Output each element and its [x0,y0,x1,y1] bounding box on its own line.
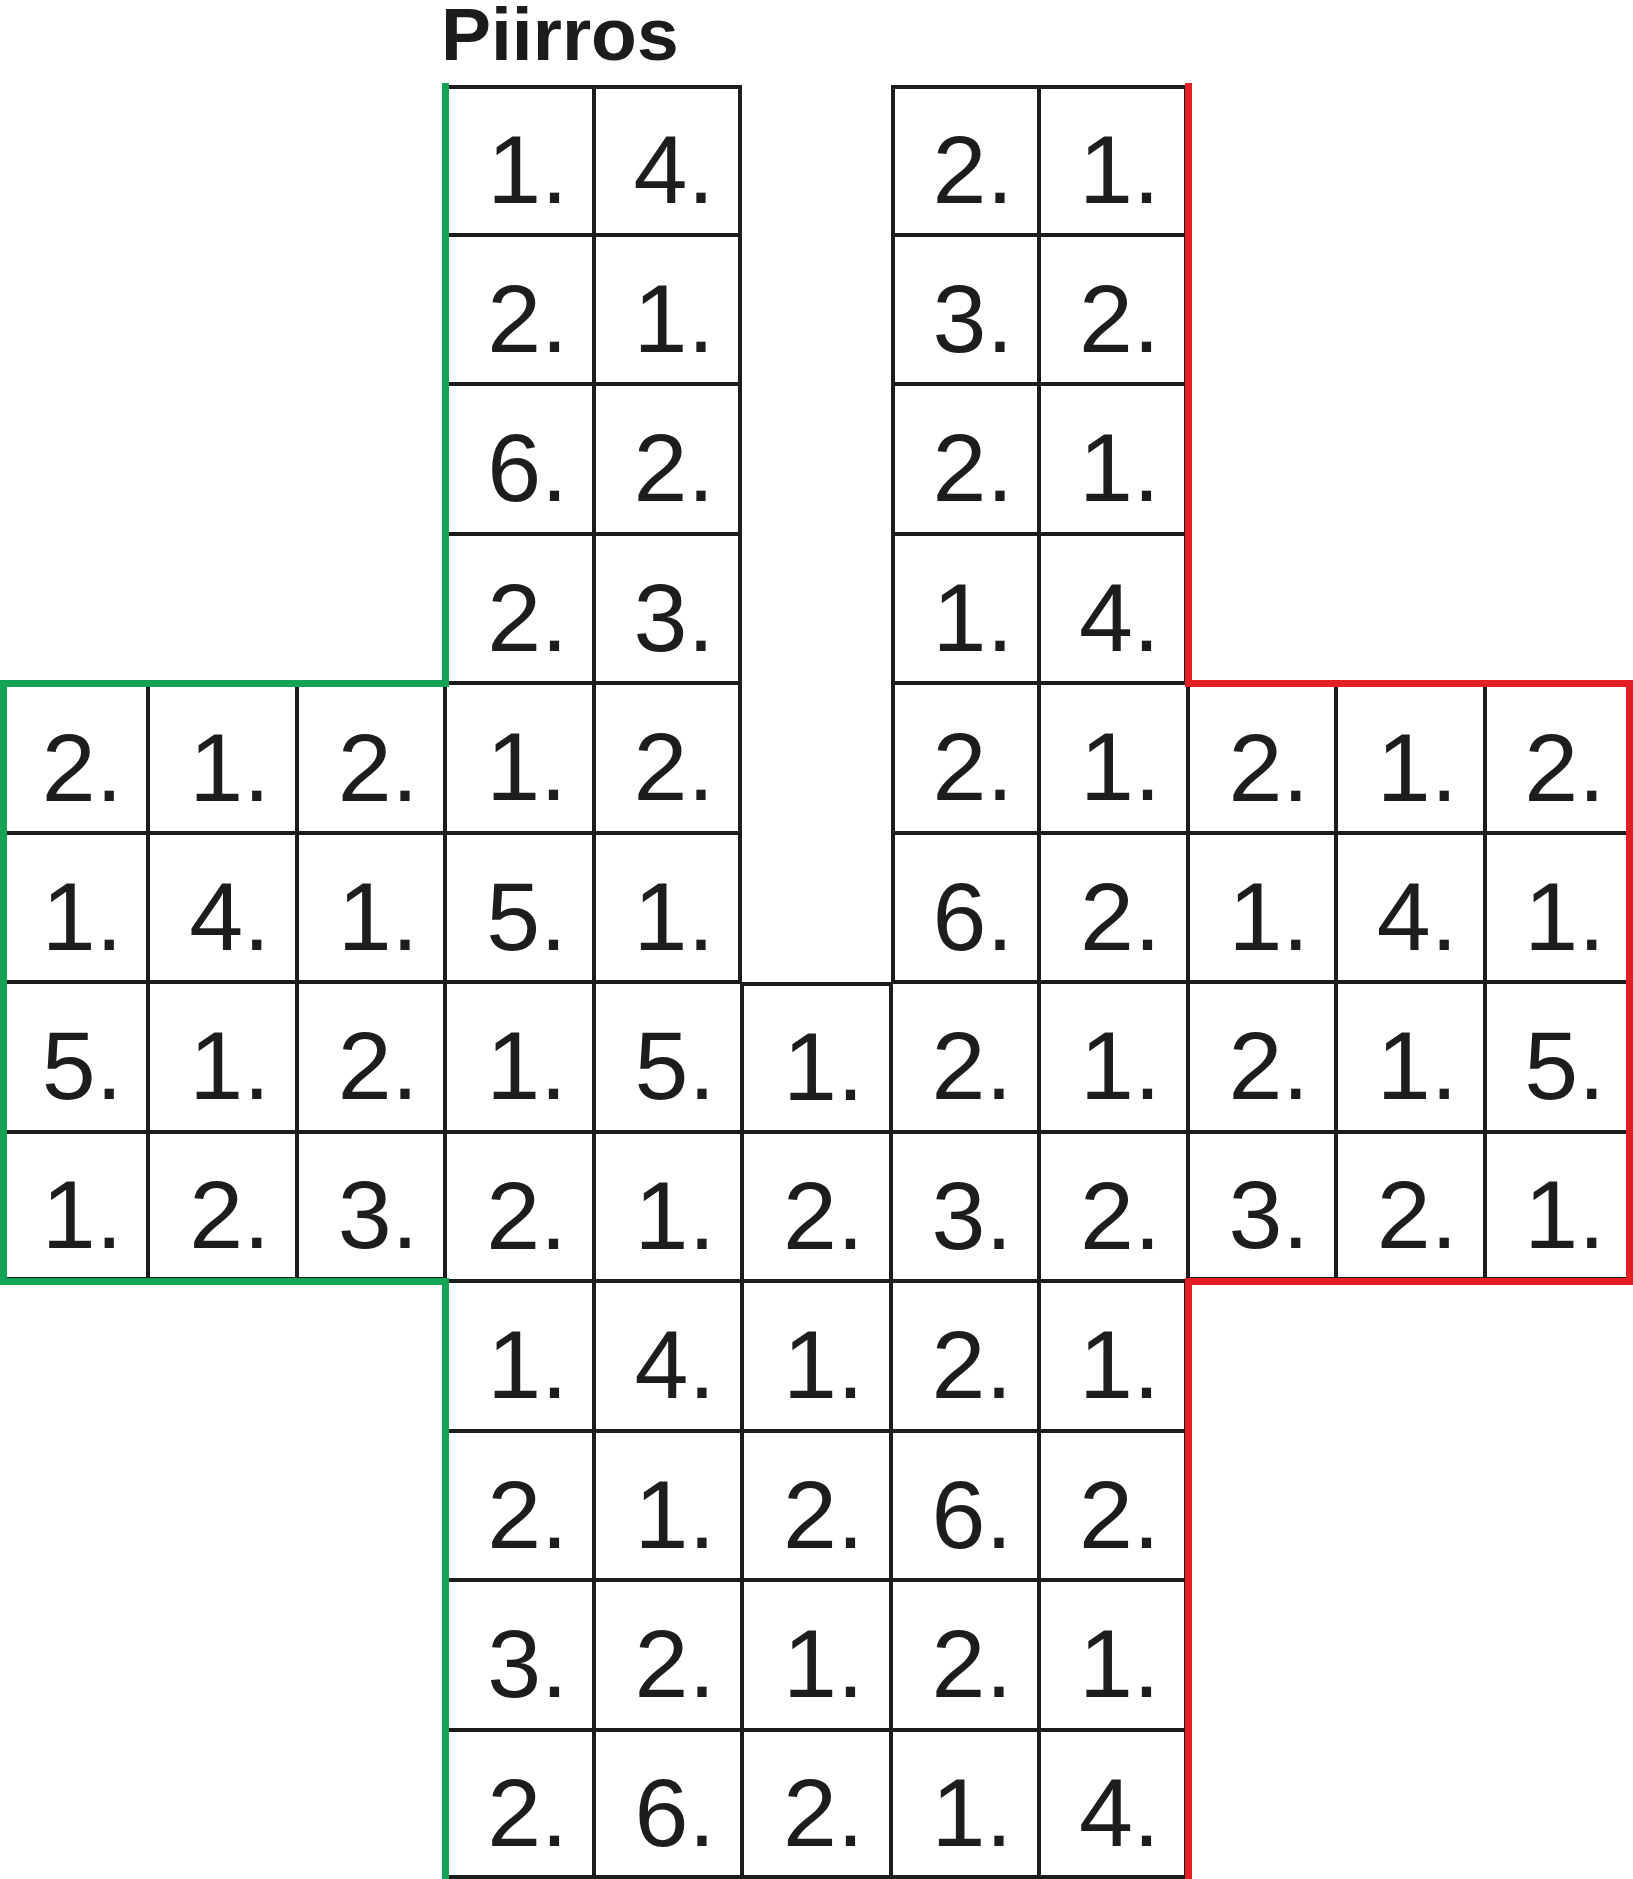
cell-r9c6: 1. [742,1281,890,1431]
cell-number: 1. [635,1167,716,1264]
cell-number: 1. [635,1466,716,1563]
cell-number: 3. [1228,1166,1309,1263]
cell-number: 1. [338,868,419,965]
cell-r12c7: 1. [891,1730,1039,1879]
cell-r7c4: 1. [445,982,593,1132]
cell-r1c4: 1. [445,85,593,235]
cell-number: 6. [931,1466,1012,1563]
cell-r9c5: 4. [594,1281,742,1431]
green-border-segment [442,83,449,685]
cell-r9c7: 2. [891,1281,1039,1431]
cell-r5c11: 2. [1485,683,1633,833]
cell-number: 2. [486,1167,567,1264]
cell-r7c10: 1. [1336,982,1484,1132]
cell-r9c8: 1. [1039,1281,1187,1431]
cell-r5c2: 1. [148,683,296,833]
cell-r12c5: 6. [594,1730,742,1879]
cell-r8c7: 3. [891,1132,1039,1282]
cell-number: 2. [931,1017,1012,1114]
cell-r10c5: 1. [594,1431,742,1581]
cell-number: 2. [932,121,1013,218]
cell-number: 1. [1079,419,1160,516]
cell-number: 2. [487,270,568,367]
red-border-segment [1185,680,1633,687]
cell-r7c8: 1. [1039,982,1187,1132]
page-title: Piirros [441,0,679,77]
cell-r7c11: 5. [1485,982,1633,1132]
cell-number: 6. [932,868,1013,965]
cell-r5c1: 2. [0,683,148,833]
cell-r2c8: 2. [1039,235,1187,385]
green-border-segment [442,1279,449,1879]
cell-number: 2. [338,1017,419,1114]
cell-r7c6: 1. [742,982,890,1132]
cell-number: 6. [635,1764,716,1861]
cell-number: 2. [189,1166,270,1263]
puzzle-diagram: Piirros 1.4.2.1.2.1.3.2.6.2.2.1.2.3.1.4.… [0,0,1633,1879]
cell-r4c4: 2. [445,534,593,684]
cell-r8c10: 2. [1336,1132,1484,1282]
cell-r8c3: 3. [297,1132,445,1282]
cell-r3c8: 1. [1039,384,1187,534]
cell-number: 1. [783,1316,864,1413]
cell-number: 1. [932,569,1013,666]
cell-r5c3: 2. [297,683,445,833]
cell-r4c8: 4. [1039,534,1187,684]
cell-number: 3. [932,270,1013,367]
cell-r8c2: 2. [148,1132,296,1282]
cell-number: 1. [487,121,568,218]
cell-r3c7: 2. [891,384,1039,534]
cell-r7c1: 5. [0,982,148,1132]
cell-r12c8: 4. [1039,1730,1187,1879]
cell-r2c5: 1. [594,235,742,385]
cell-number: 2. [635,1615,716,1712]
cell-r8c4: 2. [445,1132,593,1282]
cell-r5c5: 2. [594,683,742,833]
cell-number: 4. [189,868,270,965]
cell-r7c5: 5. [594,982,742,1132]
cell-r1c8: 1. [1039,85,1187,235]
cell-r8c6: 2. [742,1132,890,1282]
cell-number: 2. [1079,270,1160,367]
cell-r6c2: 4. [148,833,296,983]
cell-number: 4. [635,1316,716,1413]
cell-number: 1. [42,868,123,965]
cell-r5c8: 1. [1039,683,1187,833]
cell-r2c4: 2. [445,235,593,385]
cell-number: 2. [42,719,123,816]
cell-number: 2. [487,1466,568,1563]
cell-number: 1. [1228,868,1309,965]
cell-r6c7: 6. [891,833,1039,983]
cell-r6c8: 2. [1039,833,1187,983]
cell-number: 1. [783,1615,864,1712]
cell-number: 2. [338,719,419,816]
cell-r11c4: 3. [445,1580,593,1730]
cell-r7c7: 2. [891,982,1039,1132]
cell-number: 4. [1079,569,1160,666]
cell-r6c9: 1. [1188,833,1336,983]
cell-number: 1. [931,1764,1012,1861]
cell-number: 2. [931,1615,1012,1712]
cell-r5c9: 2. [1188,683,1336,833]
cell-number: 1. [189,719,270,816]
cell-r7c9: 2. [1188,982,1336,1132]
cell-number: 1. [189,1017,270,1114]
cell-r7c2: 1. [148,982,296,1132]
cell-r5c7: 2. [891,683,1039,833]
cell-r3c5: 2. [594,384,742,534]
green-border-segment [0,681,7,1283]
cell-r5c4: 1. [445,683,593,833]
cell-number: 1. [1079,1316,1160,1413]
cell-number: 1. [1080,718,1161,815]
cell-number: 2. [932,419,1013,516]
cell-number: 2. [1080,868,1161,965]
cell-r3c4: 6. [445,384,593,534]
cell-r6c4: 5. [445,833,593,983]
cell-number: 1. [1079,121,1160,218]
cell-number: 1. [1524,868,1605,965]
green-border-segment [0,680,449,687]
cell-number: 3. [487,1615,568,1712]
cell-r8c5: 1. [594,1132,742,1282]
cell-r10c7: 6. [891,1431,1039,1581]
cell-number: 6. [487,419,568,516]
cell-number: 2. [931,1316,1012,1413]
red-border-segment [1185,83,1192,685]
cell-number: 1. [487,1316,568,1413]
cell-r10c6: 2. [742,1431,890,1581]
cell-number: 2. [1228,719,1309,816]
cell-number: 2. [487,1764,568,1861]
cell-number: 1. [783,1018,864,1115]
cell-number: 4. [1079,1764,1160,1861]
cell-number: 3. [338,1166,419,1263]
cell-number: 2. [783,1764,864,1861]
cell-number: 5. [635,1017,716,1114]
cell-number: 1. [486,718,567,815]
cell-r2c7: 3. [891,235,1039,385]
cell-r6c5: 1. [594,833,742,983]
cell-number: 1. [1080,1017,1161,1114]
cell-number: 4. [1377,868,1458,965]
red-border-segment [1185,1278,1633,1285]
cell-number: 1. [1377,719,1458,816]
cell-r10c4: 2. [445,1431,593,1581]
cell-number: 5. [1524,1017,1605,1114]
cell-number: 3. [931,1167,1012,1264]
cell-number: 2. [1228,1017,1309,1114]
cell-number: 1. [634,868,715,965]
cell-number: 1. [1377,1017,1458,1114]
cell-number: 2. [783,1466,864,1563]
cell-number: 3. [634,569,715,666]
cell-number: 2. [1079,1466,1160,1563]
cell-number: 4. [634,121,715,218]
cell-r1c5: 4. [594,85,742,235]
cell-r4c5: 3. [594,534,742,684]
cell-number: 2. [1080,1167,1161,1264]
cell-number: 2. [783,1167,864,1264]
cell-r11c5: 2. [594,1580,742,1730]
cell-number: 1. [1524,1166,1605,1263]
cell-r8c8: 2. [1039,1132,1187,1282]
cell-r8c11: 1. [1485,1132,1633,1282]
green-border-segment [0,1278,449,1285]
cell-r5c10: 1. [1336,683,1484,833]
cell-number: 2. [1524,719,1605,816]
cell-r11c8: 1. [1039,1580,1187,1730]
cell-number: 1. [42,1166,123,1263]
cell-r6c10: 4. [1336,833,1484,983]
cell-number: 1. [486,1017,567,1114]
cell-r12c4: 2. [445,1730,593,1879]
cell-number: 2. [487,569,568,666]
red-border-segment [1626,681,1633,1283]
cell-number: 1. [1079,1615,1160,1712]
cell-number: 2. [932,718,1013,815]
cell-number: 2. [1377,1166,1458,1263]
cell-r11c7: 2. [891,1580,1039,1730]
cell-number: 2. [634,718,715,815]
cell-r8c1: 1. [0,1132,148,1282]
cell-r8c9: 3. [1188,1132,1336,1282]
cell-r7c3: 2. [297,982,445,1132]
cell-r1c7: 2. [891,85,1039,235]
cell-number: 5. [486,868,567,965]
cell-number: 5. [42,1017,123,1114]
cell-number: 2. [634,419,715,516]
cell-r10c8: 2. [1039,1431,1187,1581]
cell-r6c11: 1. [1485,833,1633,983]
cell-number: 1. [634,270,715,367]
cell-r9c4: 1. [445,1281,593,1431]
cell-r11c6: 1. [742,1580,890,1730]
cell-r6c1: 1. [0,833,148,983]
cell-r6c3: 1. [297,833,445,983]
cell-r4c7: 1. [891,534,1039,684]
puzzle-board: 1.4.2.1.2.1.3.2.6.2.2.1.2.3.1.4.2.1.2.1.… [0,85,1633,1879]
cell-r12c6: 2. [742,1730,890,1879]
red-border-segment [1185,1279,1192,1879]
